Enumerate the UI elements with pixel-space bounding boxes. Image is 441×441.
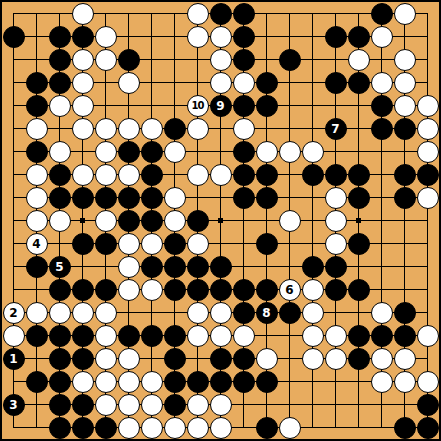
white-stone — [417, 371, 439, 393]
hoshi-point — [356, 218, 361, 223]
white-stone — [256, 348, 278, 370]
black-stone — [279, 49, 301, 71]
black-stone — [302, 164, 324, 186]
white-stone — [187, 394, 209, 416]
black-stone — [49, 348, 71, 370]
white-stone — [141, 371, 163, 393]
black-stone — [26, 256, 48, 278]
black-stone — [417, 164, 439, 186]
black-stone — [3, 26, 25, 48]
black-stone — [233, 49, 255, 71]
white-stone — [118, 72, 140, 94]
black-stone — [256, 187, 278, 209]
black-stone — [325, 279, 347, 301]
white-stone — [118, 279, 140, 301]
black-stone — [210, 279, 232, 301]
black-stone — [49, 325, 71, 347]
white-stone — [26, 164, 48, 186]
white-stone — [210, 164, 232, 186]
move-3-black-stone: 3 — [3, 394, 25, 416]
black-stone — [394, 118, 416, 140]
move-number-label: 10 — [192, 101, 204, 111]
hoshi-point — [80, 218, 85, 223]
move-number-label: 9 — [216, 100, 224, 112]
black-stone — [256, 279, 278, 301]
black-stone — [118, 325, 140, 347]
black-stone — [49, 49, 71, 71]
white-stone — [49, 302, 71, 324]
white-stone — [164, 210, 186, 232]
black-stone — [302, 256, 324, 278]
move-4-white-stone: 4 — [26, 233, 48, 255]
move-number-label: 4 — [32, 238, 40, 250]
white-stone — [371, 72, 393, 94]
white-stone — [141, 118, 163, 140]
black-stone — [72, 26, 94, 48]
black-stone — [49, 279, 71, 301]
white-stone — [325, 325, 347, 347]
black-stone — [210, 3, 232, 25]
black-stone — [26, 325, 48, 347]
white-stone — [325, 233, 347, 255]
white-stone — [394, 49, 416, 71]
black-stone — [325, 164, 347, 186]
white-stone — [210, 325, 232, 347]
black-stone — [371, 118, 393, 140]
black-stone — [210, 256, 232, 278]
white-stone — [72, 302, 94, 324]
move-2-white-stone: 2 — [3, 302, 25, 324]
black-stone — [26, 72, 48, 94]
white-stone — [187, 325, 209, 347]
black-stone — [417, 417, 439, 439]
white-stone — [26, 187, 48, 209]
white-stone — [187, 118, 209, 140]
white-stone — [3, 325, 25, 347]
white-stone — [118, 118, 140, 140]
black-stone — [26, 95, 48, 117]
white-stone — [348, 49, 370, 71]
white-stone — [95, 141, 117, 163]
black-stone — [233, 95, 255, 117]
black-stone — [187, 256, 209, 278]
white-stone — [141, 233, 163, 255]
black-stone — [256, 164, 278, 186]
move-10-white-stone: 10 — [187, 95, 209, 117]
white-stone — [371, 26, 393, 48]
white-stone — [417, 118, 439, 140]
white-stone — [302, 325, 324, 347]
white-stone — [49, 210, 71, 232]
white-stone — [26, 210, 48, 232]
move-number-label: 5 — [55, 261, 63, 273]
move-1-black-stone: 1 — [3, 348, 25, 370]
black-stone — [118, 49, 140, 71]
black-stone — [233, 26, 255, 48]
black-stone — [348, 26, 370, 48]
black-stone — [118, 210, 140, 232]
white-stone — [187, 26, 209, 48]
black-stone — [49, 72, 71, 94]
black-stone — [233, 348, 255, 370]
white-stone — [141, 394, 163, 416]
white-stone — [164, 141, 186, 163]
white-stone — [210, 49, 232, 71]
black-stone — [256, 417, 278, 439]
black-stone — [164, 233, 186, 255]
black-stone — [141, 187, 163, 209]
move-6-white-stone: 6 — [279, 279, 301, 301]
white-stone — [95, 26, 117, 48]
white-stone — [302, 348, 324, 370]
black-stone — [256, 371, 278, 393]
white-stone — [141, 279, 163, 301]
white-stone — [95, 394, 117, 416]
white-stone — [118, 164, 140, 186]
black-stone — [164, 118, 186, 140]
black-stone — [233, 187, 255, 209]
go-board[interactable]: 10974562813 — [0, 0, 441, 441]
white-stone — [187, 3, 209, 25]
black-stone — [394, 417, 416, 439]
go-diagram: 10974562813 — [0, 0, 441, 441]
black-stone — [371, 325, 393, 347]
white-stone — [95, 348, 117, 370]
white-stone — [95, 325, 117, 347]
black-stone — [26, 141, 48, 163]
black-stone — [371, 95, 393, 117]
black-stone — [348, 72, 370, 94]
white-stone — [26, 302, 48, 324]
black-stone — [348, 164, 370, 186]
white-stone — [302, 302, 324, 324]
white-stone — [302, 141, 324, 163]
black-stone — [49, 371, 71, 393]
white-stone — [187, 302, 209, 324]
white-stone — [210, 417, 232, 439]
white-stone — [118, 233, 140, 255]
move-number-label: 2 — [9, 307, 17, 319]
white-stone — [72, 164, 94, 186]
white-stone — [49, 141, 71, 163]
white-stone — [325, 210, 347, 232]
black-stone — [279, 302, 301, 324]
black-stone — [72, 279, 94, 301]
black-stone — [348, 187, 370, 209]
black-stone — [49, 187, 71, 209]
white-stone — [417, 325, 439, 347]
white-stone — [371, 302, 393, 324]
white-stone — [394, 371, 416, 393]
move-number-label: 3 — [9, 399, 17, 411]
black-stone — [417, 394, 439, 416]
white-stone — [233, 118, 255, 140]
white-stone — [187, 164, 209, 186]
black-stone — [72, 187, 94, 209]
black-stone — [394, 325, 416, 347]
white-stone — [72, 118, 94, 140]
white-stone — [118, 417, 140, 439]
black-stone — [233, 3, 255, 25]
white-stone — [325, 187, 347, 209]
black-stone — [348, 325, 370, 347]
white-stone — [325, 348, 347, 370]
white-stone — [26, 118, 48, 140]
black-stone — [187, 210, 209, 232]
black-stone — [141, 325, 163, 347]
black-stone — [348, 348, 370, 370]
white-stone — [210, 72, 232, 94]
white-stone — [279, 210, 301, 232]
black-stone — [72, 325, 94, 347]
move-number-label: 7 — [331, 123, 339, 135]
black-stone — [72, 233, 94, 255]
black-stone — [233, 371, 255, 393]
white-stone — [302, 279, 324, 301]
black-stone — [210, 371, 232, 393]
white-stone — [72, 49, 94, 71]
white-stone — [371, 371, 393, 393]
black-stone — [325, 256, 347, 278]
black-stone — [95, 417, 117, 439]
white-stone — [72, 72, 94, 94]
black-stone — [256, 233, 278, 255]
black-stone — [394, 187, 416, 209]
white-stone — [394, 3, 416, 25]
move-8-black-stone: 8 — [256, 302, 278, 324]
white-stone — [72, 95, 94, 117]
black-stone — [141, 210, 163, 232]
black-stone — [141, 141, 163, 163]
white-stone — [187, 417, 209, 439]
black-stone — [95, 233, 117, 255]
white-stone — [233, 325, 255, 347]
white-stone — [164, 187, 186, 209]
white-stone — [95, 164, 117, 186]
move-number-label: 1 — [9, 353, 17, 365]
black-stone — [233, 302, 255, 324]
white-stone — [233, 72, 255, 94]
black-stone — [187, 371, 209, 393]
white-stone — [49, 95, 71, 117]
black-stone — [118, 141, 140, 163]
white-stone — [279, 417, 301, 439]
black-stone — [256, 95, 278, 117]
white-stone — [95, 371, 117, 393]
white-stone — [371, 348, 393, 370]
black-stone — [164, 279, 186, 301]
white-stone — [394, 348, 416, 370]
black-stone — [187, 279, 209, 301]
white-stone — [164, 417, 186, 439]
move-number-label: 6 — [285, 284, 293, 296]
black-stone — [233, 279, 255, 301]
white-stone — [210, 394, 232, 416]
white-stone — [187, 233, 209, 255]
white-stone — [72, 371, 94, 393]
hoshi-point — [218, 218, 223, 223]
black-stone — [164, 348, 186, 370]
black-stone — [49, 394, 71, 416]
black-stone — [141, 164, 163, 186]
white-stone — [279, 141, 301, 163]
white-stone — [95, 118, 117, 140]
white-stone — [417, 187, 439, 209]
black-stone — [118, 187, 140, 209]
white-stone — [417, 141, 439, 163]
white-stone — [394, 95, 416, 117]
black-stone — [233, 141, 255, 163]
black-stone — [49, 26, 71, 48]
move-number-label: 8 — [262, 307, 270, 319]
white-stone — [256, 141, 278, 163]
white-stone — [95, 302, 117, 324]
white-stone — [95, 49, 117, 71]
white-stone — [72, 3, 94, 25]
white-stone — [417, 95, 439, 117]
white-stone — [118, 256, 140, 278]
move-5-black-stone: 5 — [49, 256, 71, 278]
white-stone — [394, 72, 416, 94]
black-stone — [233, 164, 255, 186]
black-stone — [95, 279, 117, 301]
white-stone — [210, 26, 232, 48]
black-stone — [394, 302, 416, 324]
black-stone — [164, 256, 186, 278]
white-stone — [118, 371, 140, 393]
black-stone — [72, 394, 94, 416]
black-stone — [72, 417, 94, 439]
black-stone — [49, 417, 71, 439]
black-stone — [164, 325, 186, 347]
white-stone — [141, 417, 163, 439]
black-stone — [72, 348, 94, 370]
white-stone — [118, 394, 140, 416]
black-stone — [26, 371, 48, 393]
black-stone — [325, 26, 347, 48]
black-stone — [95, 187, 117, 209]
move-9-black-stone: 9 — [210, 95, 232, 117]
black-stone — [164, 371, 186, 393]
white-stone — [95, 210, 117, 232]
black-stone — [348, 233, 370, 255]
black-stone — [49, 164, 71, 186]
black-stone — [164, 394, 186, 416]
black-stone — [394, 164, 416, 186]
black-stone — [325, 72, 347, 94]
move-7-black-stone: 7 — [325, 118, 347, 140]
black-stone — [210, 348, 232, 370]
white-stone — [118, 348, 140, 370]
black-stone — [141, 256, 163, 278]
white-stone — [210, 302, 232, 324]
black-stone — [348, 279, 370, 301]
black-stone — [256, 72, 278, 94]
black-stone — [371, 3, 393, 25]
